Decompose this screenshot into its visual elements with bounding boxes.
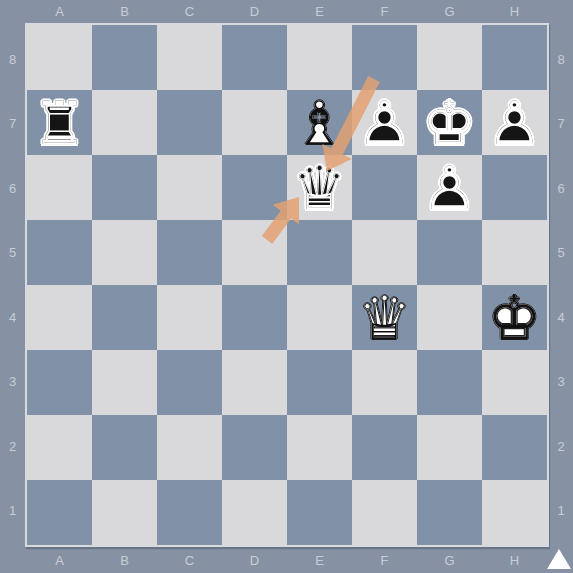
square-h2[interactable]: [482, 415, 547, 480]
piece-black-king-g7[interactable]: ♚♔: [417, 90, 482, 155]
file-labels-bottom: ABCDEFGH: [27, 549, 547, 573]
piece-black-queen-e6[interactable]: ♛♕: [287, 155, 352, 220]
pawn-outline-glyph: ♙: [417, 155, 482, 220]
rank-labels-right: 87654321: [549, 27, 573, 543]
square-e7[interactable]: ♝♗: [287, 90, 352, 155]
rank-label-right-5: 5: [549, 221, 573, 286]
file-label-top-c: C: [157, 0, 222, 23]
pawn-outline-glyph: ♙: [352, 90, 417, 155]
piece-white-queen-f4[interactable]: ♛♕: [352, 285, 417, 350]
square-f8[interactable]: [352, 25, 417, 90]
square-a1[interactable]: [27, 480, 92, 545]
file-label-top-b: B: [92, 0, 157, 23]
square-f2[interactable]: [352, 415, 417, 480]
square-c7[interactable]: [157, 90, 222, 155]
file-label-bottom-c: C: [157, 549, 222, 573]
rank-label-left-5: 5: [0, 221, 25, 286]
square-f4[interactable]: ♛♕: [352, 285, 417, 350]
square-a4[interactable]: [27, 285, 92, 350]
square-b5[interactable]: [92, 220, 157, 285]
piece-black-rook-a7[interactable]: ♜♖: [27, 90, 92, 155]
square-h4[interactable]: ♚♔: [482, 285, 547, 350]
square-f1[interactable]: [352, 480, 417, 545]
rook-outline-glyph: ♖: [27, 90, 92, 155]
square-g7[interactable]: ♚♔: [417, 90, 482, 155]
square-b3[interactable]: [92, 350, 157, 415]
square-f3[interactable]: [352, 350, 417, 415]
square-a3[interactable]: [27, 350, 92, 415]
board: ♜♖♝♗♟♙♚♔♟♙♛♕♟♙♛♕♚♔: [25, 23, 549, 547]
file-label-top-a: A: [27, 0, 92, 23]
square-e6[interactable]: ♛♕: [287, 155, 352, 220]
file-label-bottom-g: G: [417, 549, 482, 573]
square-b6[interactable]: [92, 155, 157, 220]
square-c3[interactable]: [157, 350, 222, 415]
square-g4[interactable]: [417, 285, 482, 350]
rank-label-right-8: 8: [549, 27, 573, 92]
square-e1[interactable]: [287, 480, 352, 545]
square-h7[interactable]: ♟♙: [482, 90, 547, 155]
file-label-bottom-d: D: [222, 549, 287, 573]
file-label-bottom-a: A: [27, 549, 92, 573]
square-f7[interactable]: ♟♙: [352, 90, 417, 155]
square-c1[interactable]: [157, 480, 222, 545]
file-label-top-d: D: [222, 0, 287, 23]
square-d2[interactable]: [222, 415, 287, 480]
square-h6[interactable]: [482, 155, 547, 220]
square-e8[interactable]: [287, 25, 352, 90]
file-label-top-f: F: [352, 0, 417, 23]
square-g8[interactable]: [417, 25, 482, 90]
white-to-move-triangle-icon: [547, 549, 571, 569]
piece-white-king-h4[interactable]: ♚♔: [482, 285, 547, 350]
square-d1[interactable]: [222, 480, 287, 545]
rank-label-left-6: 6: [0, 156, 25, 221]
board-frame: ♜♖♝♗♟♙♚♔♟♙♛♕♟♙♛♕♚♔ ABCDEFGH ABCDEFGH 876…: [0, 0, 573, 573]
square-b8[interactable]: [92, 25, 157, 90]
rank-label-left-2: 2: [0, 414, 25, 479]
square-h8[interactable]: [482, 25, 547, 90]
square-c4[interactable]: [157, 285, 222, 350]
file-labels-top: ABCDEFGH: [27, 0, 547, 23]
square-d4[interactable]: [222, 285, 287, 350]
square-b4[interactable]: [92, 285, 157, 350]
rank-label-right-2: 2: [549, 414, 573, 479]
square-g6[interactable]: ♟♙: [417, 155, 482, 220]
square-c2[interactable]: [157, 415, 222, 480]
square-a7[interactable]: ♜♖: [27, 90, 92, 155]
square-h5[interactable]: [482, 220, 547, 285]
square-a5[interactable]: [27, 220, 92, 285]
file-label-bottom-h: H: [482, 549, 547, 573]
square-h3[interactable]: [482, 350, 547, 415]
square-h1[interactable]: [482, 480, 547, 545]
square-c5[interactable]: [157, 220, 222, 285]
file-label-bottom-b: B: [92, 549, 157, 573]
square-d6[interactable]: [222, 155, 287, 220]
file-label-bottom-e: E: [287, 549, 352, 573]
square-g2[interactable]: [417, 415, 482, 480]
square-a6[interactable]: [27, 155, 92, 220]
bishop-outline-glyph: ♗: [287, 90, 352, 155]
square-f6[interactable]: [352, 155, 417, 220]
rank-label-left-8: 8: [0, 27, 25, 92]
piece-white-bishop-e7[interactable]: ♝♗: [287, 90, 352, 155]
square-g5[interactable]: [417, 220, 482, 285]
square-d7[interactable]: [222, 90, 287, 155]
square-g3[interactable]: [417, 350, 482, 415]
file-label-top-h: H: [482, 0, 547, 23]
king-outline-glyph: ♔: [482, 285, 547, 350]
square-d3[interactable]: [222, 350, 287, 415]
file-label-top-g: G: [417, 0, 482, 23]
king-outline-glyph: ♔: [417, 90, 482, 155]
rank-label-right-4: 4: [549, 285, 573, 350]
square-g1[interactable]: [417, 480, 482, 545]
file-label-top-e: E: [287, 0, 352, 23]
square-c6[interactable]: [157, 155, 222, 220]
square-d5[interactable]: [222, 220, 287, 285]
rank-label-left-7: 7: [0, 92, 25, 157]
square-e4[interactable]: [287, 285, 352, 350]
square-f5[interactable]: [352, 220, 417, 285]
square-e5[interactable]: [287, 220, 352, 285]
piece-black-pawn-g6[interactable]: ♟♙: [417, 155, 482, 220]
rank-label-right-1: 1: [549, 479, 573, 544]
square-d8[interactable]: [222, 25, 287, 90]
square-e2[interactable]: [287, 415, 352, 480]
queen-outline-glyph: ♕: [287, 155, 352, 220]
rank-labels-left: 87654321: [0, 27, 25, 543]
square-e3[interactable]: [287, 350, 352, 415]
rank-label-left-4: 4: [0, 285, 25, 350]
square-b7[interactable]: [92, 90, 157, 155]
square-a8[interactable]: [27, 25, 92, 90]
square-a2[interactable]: [27, 415, 92, 480]
rank-label-right-3: 3: [549, 350, 573, 415]
rank-label-right-6: 6: [549, 156, 573, 221]
rank-label-left-3: 3: [0, 350, 25, 415]
piece-black-pawn-f7[interactable]: ♟♙: [352, 90, 417, 155]
square-c8[interactable]: [157, 25, 222, 90]
queen-outline-glyph: ♕: [352, 285, 417, 350]
piece-black-pawn-h7[interactable]: ♟♙: [482, 90, 547, 155]
square-b2[interactable]: [92, 415, 157, 480]
square-b1[interactable]: [92, 480, 157, 545]
pawn-outline-glyph: ♙: [482, 90, 547, 155]
file-label-bottom-f: F: [352, 549, 417, 573]
rank-label-right-7: 7: [549, 92, 573, 157]
rank-label-left-1: 1: [0, 479, 25, 544]
